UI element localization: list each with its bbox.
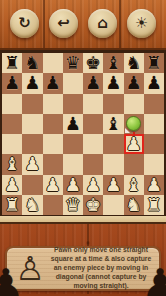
- chess-board: ♜♞♛♚♝♞♜♟♟♟♟♟♟♟♟♝♟♝♟♟♟♟♟♟♝♟♜♞♛♚♞♜: [2, 53, 164, 215]
- square-f4[interactable]: [103, 134, 123, 154]
- piece-black-bishop: ♝: [105, 53, 121, 73]
- square-e7[interactable]: ♟: [83, 73, 103, 93]
- square-c5[interactable]: [43, 114, 63, 134]
- square-c7[interactable]: ♟: [43, 73, 63, 93]
- square-d4[interactable]: [63, 134, 83, 154]
- square-a6[interactable]: [2, 94, 22, 114]
- piece-black-pawn: ♟: [65, 114, 81, 134]
- square-d1[interactable]: ♛: [63, 195, 83, 215]
- piece-black-pawn: ♟: [24, 73, 40, 93]
- square-e5[interactable]: [83, 114, 103, 134]
- piece-white-pawn: ♟: [105, 175, 121, 195]
- square-f7[interactable]: ♟: [103, 73, 123, 93]
- bottom-section: ♙ Pawn only move one straight square at …: [0, 224, 166, 294]
- square-e3[interactable]: [83, 154, 103, 174]
- square-e4[interactable]: [83, 134, 103, 154]
- hint-button[interactable]: ☀: [127, 9, 156, 38]
- decor-pawn-right-icon: ♟: [141, 264, 166, 296]
- square-b7[interactable]: ♟: [22, 73, 42, 93]
- square-f2[interactable]: ♟: [103, 175, 123, 195]
- tutorial-panel: ♙ Pawn only move one straight square at …: [5, 246, 161, 291]
- square-g2[interactable]: ♝: [124, 175, 144, 195]
- square-d5[interactable]: ♟: [63, 114, 83, 134]
- piece-black-pawn: ♟: [45, 73, 61, 93]
- square-d7[interactable]: [63, 73, 83, 93]
- piece-black-pawn: ♟: [4, 73, 20, 93]
- square-h5[interactable]: [144, 114, 164, 134]
- restart-icon: ↻: [18, 16, 31, 31]
- piece-white-rook: ♜: [146, 195, 162, 215]
- square-b8[interactable]: ♞: [22, 53, 42, 73]
- square-b1[interactable]: ♞: [22, 195, 42, 215]
- piece-black-knight: ♞: [126, 53, 142, 73]
- piece-white-pawn: ♟: [24, 154, 40, 174]
- tutorial-text: Pawn only move one straight square at a …: [47, 246, 155, 291]
- square-a5[interactable]: [2, 114, 22, 134]
- square-g1[interactable]: ♞: [124, 195, 144, 215]
- piece-white-pawn: ♟: [126, 134, 142, 154]
- square-c2[interactable]: ♟: [43, 175, 63, 195]
- square-c4[interactable]: [43, 134, 63, 154]
- square-a7[interactable]: ♟: [2, 73, 22, 93]
- square-h2[interactable]: ♟: [144, 175, 164, 195]
- square-a8[interactable]: ♜: [2, 53, 22, 73]
- square-b4[interactable]: [22, 134, 42, 154]
- square-f8[interactable]: ♝: [103, 53, 123, 73]
- square-g6[interactable]: [124, 94, 144, 114]
- square-f6[interactable]: [103, 94, 123, 114]
- square-d8[interactable]: ♛: [63, 53, 83, 73]
- square-d2[interactable]: ♟: [63, 175, 83, 195]
- square-b6[interactable]: [22, 94, 42, 114]
- square-e6[interactable]: [83, 94, 103, 114]
- square-b2[interactable]: [22, 175, 42, 195]
- home-icon: ⌂: [97, 16, 108, 31]
- square-f3[interactable]: [103, 154, 123, 174]
- square-a2[interactable]: ♟: [2, 175, 22, 195]
- square-g7[interactable]: ♟: [124, 73, 144, 93]
- square-a4[interactable]: [2, 134, 22, 154]
- square-f5[interactable]: ♝: [103, 114, 123, 134]
- square-h3[interactable]: [144, 154, 164, 174]
- square-e1[interactable]: ♚: [83, 195, 103, 215]
- piece-white-queen: ♛: [65, 195, 81, 215]
- board-frame-bottom: [0, 215, 166, 224]
- piece-white-pawn: ♟: [45, 175, 61, 195]
- piece-white-knight: ♞: [24, 195, 40, 215]
- piece-white-bishop: ♝: [4, 154, 20, 174]
- restart-button[interactable]: ↻: [10, 9, 39, 38]
- square-a1[interactable]: ♜: [2, 195, 22, 215]
- square-e8[interactable]: ♚: [83, 53, 103, 73]
- square-d3[interactable]: [63, 154, 83, 174]
- piece-black-bishop: ♝: [105, 114, 121, 134]
- piece-white-king: ♚: [85, 195, 101, 215]
- piece-white-bishop: ♝: [126, 175, 142, 195]
- piece-black-knight: ♞: [24, 53, 40, 73]
- undo-button[interactable]: ↩: [49, 9, 78, 38]
- piece-black-pawn: ♟: [146, 73, 162, 93]
- move-hint-stem: [133, 132, 135, 136]
- square-b3[interactable]: ♟: [22, 154, 42, 174]
- square-g4[interactable]: ♟: [124, 134, 144, 154]
- square-e2[interactable]: ♟: [83, 175, 103, 195]
- decor-pawn-left-icon: ♟: [0, 264, 25, 296]
- square-f1[interactable]: [103, 195, 123, 215]
- home-button[interactable]: ⌂: [88, 9, 117, 38]
- square-h8[interactable]: ♜: [144, 53, 164, 73]
- piece-white-pawn: ♟: [146, 175, 162, 195]
- square-g8[interactable]: ♞: [124, 53, 144, 73]
- square-g5[interactable]: [124, 114, 144, 134]
- square-g3[interactable]: [124, 154, 144, 174]
- square-a3[interactable]: ♝: [2, 154, 22, 174]
- square-c8[interactable]: [43, 53, 63, 73]
- square-c1[interactable]: [43, 195, 63, 215]
- piece-black-queen: ♛: [65, 53, 81, 73]
- piece-black-pawn: ♟: [85, 73, 101, 93]
- piece-black-king: ♚: [85, 53, 101, 73]
- square-h4[interactable]: [144, 134, 164, 154]
- piece-white-pawn: ♟: [85, 175, 101, 195]
- square-c6[interactable]: [43, 94, 63, 114]
- piece-white-knight: ♞: [126, 195, 142, 215]
- piece-black-pawn: ♟: [105, 73, 121, 93]
- square-d6[interactable]: [63, 94, 83, 114]
- toolbar: ↻ ↩ ⌂ ☀: [0, 0, 166, 50]
- piece-white-pawn: ♟: [65, 175, 81, 195]
- board-frame: ♜♞♛♚♝♞♜♟♟♟♟♟♟♟♟♝♟♝♟♟♟♟♟♟♝♟♜♞♛♚♞♜: [0, 50, 166, 215]
- piece-black-rook: ♜: [4, 53, 20, 73]
- undo-icon: ↩: [57, 16, 70, 31]
- square-c3[interactable]: [43, 154, 63, 174]
- piece-white-pawn: ♟: [4, 175, 20, 195]
- square-h7[interactable]: ♟: [144, 73, 164, 93]
- piece-black-pawn: ♟: [126, 73, 142, 93]
- square-h1[interactable]: ♜: [144, 195, 164, 215]
- square-b5[interactable]: [22, 114, 42, 134]
- piece-black-rook: ♜: [146, 53, 162, 73]
- hint-bulb-icon: ☀: [135, 16, 148, 31]
- piece-white-rook: ♜: [4, 195, 20, 215]
- square-h6[interactable]: [144, 94, 164, 114]
